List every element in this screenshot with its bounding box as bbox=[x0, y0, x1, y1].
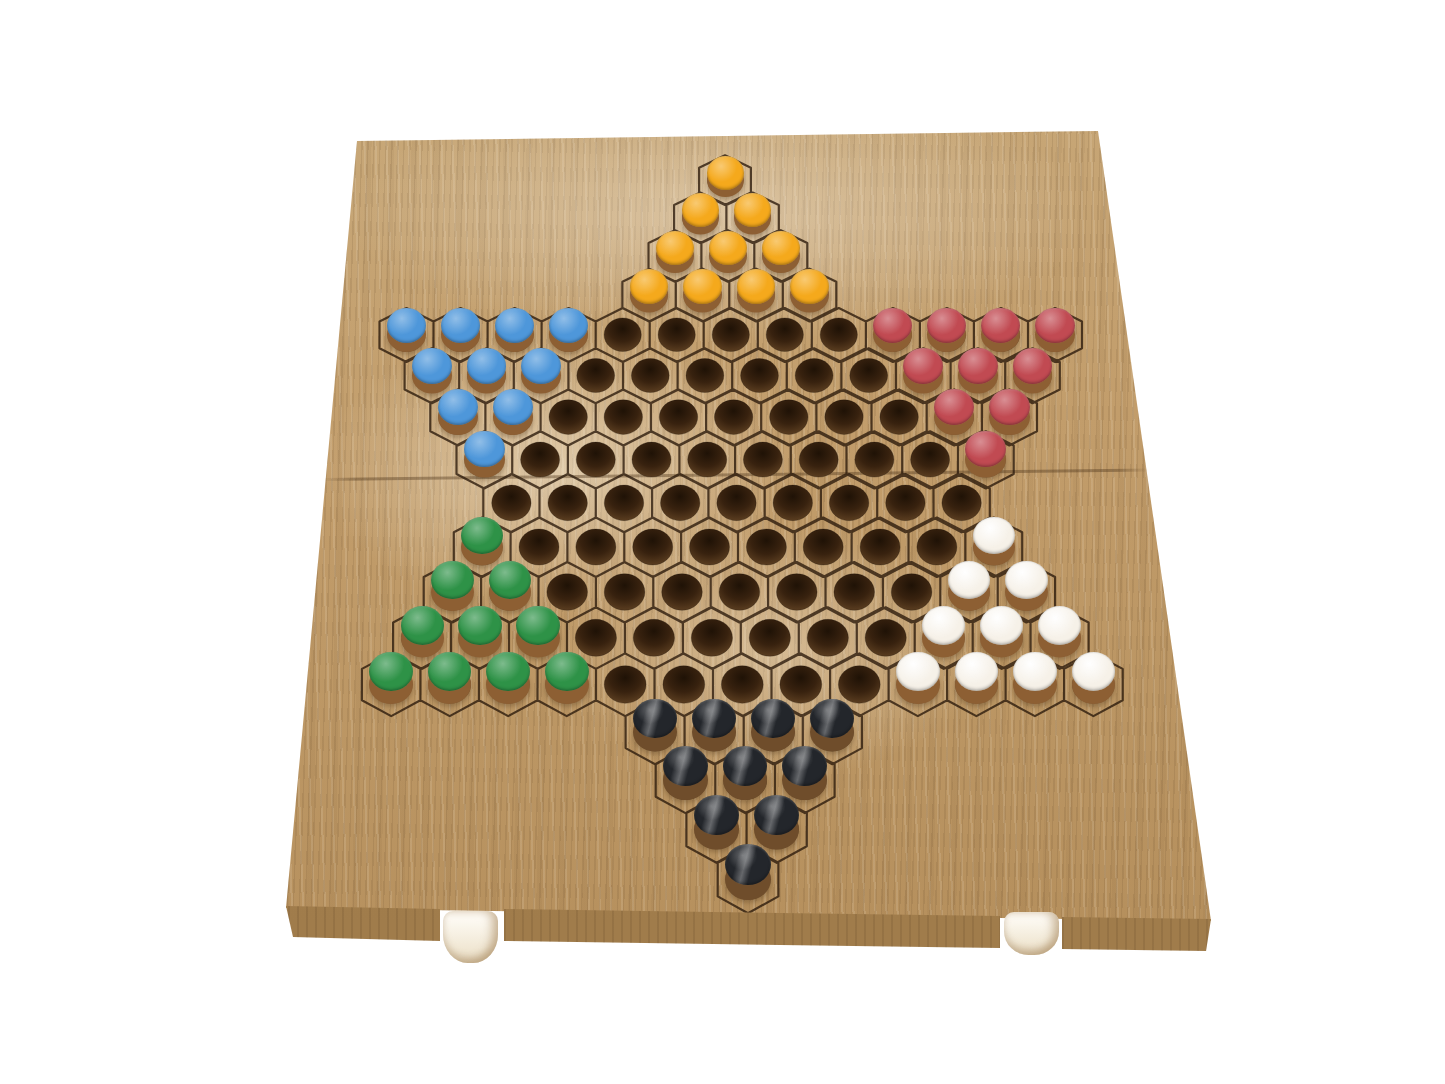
hole-r8-c4[interactable] bbox=[717, 485, 756, 521]
hole-r5-c6[interactable] bbox=[741, 359, 779, 393]
peg-green[interactable] bbox=[545, 652, 589, 691]
hole-r5-c7[interactable] bbox=[795, 359, 833, 393]
hole-r6-c7[interactable] bbox=[825, 400, 863, 435]
peg-white[interactable] bbox=[922, 606, 965, 645]
hole-r11-c3[interactable] bbox=[575, 619, 616, 656]
peg-blue[interactable] bbox=[521, 348, 561, 384]
peg-red[interactable] bbox=[1035, 308, 1074, 343]
hole-r12-c5[interactable] bbox=[663, 666, 705, 704]
peg-blue[interactable] bbox=[412, 348, 452, 384]
hole-r8-c2[interactable] bbox=[604, 485, 643, 521]
hole-r7-c3[interactable] bbox=[632, 442, 671, 477]
peg-white[interactable] bbox=[955, 652, 999, 691]
hole-r9-c5[interactable] bbox=[746, 529, 786, 565]
hole-r4-c4[interactable] bbox=[604, 318, 641, 352]
hole-r5-c4[interactable] bbox=[631, 359, 669, 393]
peg-green[interactable] bbox=[369, 652, 413, 691]
hole-r10-c5[interactable] bbox=[719, 574, 760, 611]
hole-r9-c1[interactable] bbox=[519, 529, 559, 565]
hole-r6-c8[interactable] bbox=[880, 400, 918, 435]
hole-r12-c4[interactable] bbox=[604, 666, 646, 704]
peg-white[interactable] bbox=[980, 606, 1023, 645]
peg-blue[interactable] bbox=[438, 389, 478, 425]
hole-r11-c8[interactable] bbox=[865, 619, 906, 656]
hole-r9-c8[interactable] bbox=[917, 529, 957, 565]
peg-yellow[interactable] bbox=[734, 193, 772, 227]
hole-r4-c5[interactable] bbox=[658, 318, 695, 352]
hole-r6-c3[interactable] bbox=[604, 400, 642, 435]
peg-black[interactable] bbox=[663, 746, 708, 786]
peg-red[interactable] bbox=[1013, 348, 1053, 384]
peg-yellow[interactable] bbox=[737, 269, 776, 304]
hole-r8-c1[interactable] bbox=[548, 485, 587, 521]
hole-r11-c5[interactable] bbox=[691, 619, 732, 656]
hole-r7-c2[interactable] bbox=[576, 442, 615, 477]
peg-black[interactable] bbox=[725, 844, 771, 885]
hole-r12-c8[interactable] bbox=[838, 666, 880, 704]
peg-yellow[interactable] bbox=[790, 269, 829, 304]
hole-r12-c6[interactable] bbox=[721, 666, 763, 704]
peg-red[interactable] bbox=[903, 348, 943, 384]
hole-r7-c5[interactable] bbox=[743, 442, 782, 477]
peg-white[interactable] bbox=[1005, 561, 1048, 599]
peg-yellow[interactable] bbox=[707, 156, 744, 189]
peg-white[interactable] bbox=[896, 652, 940, 691]
peg-yellow[interactable] bbox=[630, 269, 669, 304]
peg-green[interactable] bbox=[489, 561, 532, 599]
hole-r11-c4[interactable] bbox=[633, 619, 674, 656]
latch-peg bbox=[1004, 912, 1059, 955]
hole-r4-c7[interactable] bbox=[766, 318, 803, 352]
peg-yellow[interactable] bbox=[682, 193, 720, 227]
hole-r10-c6[interactable] bbox=[777, 574, 818, 611]
peg-green[interactable] bbox=[458, 606, 501, 645]
hole-r8-c0[interactable] bbox=[492, 485, 531, 521]
peg-yellow[interactable] bbox=[683, 269, 722, 304]
photo-canvas: Chinese Checkers wooden board, six-playe… bbox=[0, 0, 1445, 1084]
hole-r8-c5[interactable] bbox=[773, 485, 812, 521]
hole-r5-c3[interactable] bbox=[577, 359, 615, 393]
hole-r7-c7[interactable] bbox=[855, 442, 894, 477]
hole-r9-c4[interactable] bbox=[690, 529, 730, 565]
hole-r10-c7[interactable] bbox=[834, 574, 875, 611]
hole-r10-c8[interactable] bbox=[891, 574, 932, 611]
hole-r9-c7[interactable] bbox=[860, 529, 900, 565]
hole-r10-c2[interactable] bbox=[547, 574, 588, 611]
peg-white[interactable] bbox=[1038, 606, 1081, 645]
hole-r9-c2[interactable] bbox=[576, 529, 616, 565]
hole-r5-c5[interactable] bbox=[686, 359, 724, 393]
peg-green[interactable] bbox=[486, 652, 530, 691]
latch-peg bbox=[443, 911, 498, 963]
hole-r9-c6[interactable] bbox=[803, 529, 843, 565]
hole-r7-c4[interactable] bbox=[688, 442, 727, 477]
peg-blue[interactable] bbox=[467, 348, 507, 384]
hole-r6-c4[interactable] bbox=[659, 400, 697, 435]
peg-white[interactable] bbox=[1072, 652, 1116, 691]
peg-green[interactable] bbox=[431, 561, 474, 599]
peg-yellow[interactable] bbox=[762, 231, 800, 265]
hole-r6-c2[interactable] bbox=[549, 400, 587, 435]
hole-r8-c8[interactable] bbox=[942, 485, 981, 521]
hole-r7-c1[interactable] bbox=[521, 442, 560, 477]
hole-r9-c3[interactable] bbox=[633, 529, 673, 565]
hole-r4-c6[interactable] bbox=[712, 318, 749, 352]
hole-r5-c8[interactable] bbox=[850, 359, 888, 393]
peg-green[interactable] bbox=[516, 606, 559, 645]
hole-r6-c5[interactable] bbox=[714, 400, 752, 435]
hole-r7-c6[interactable] bbox=[799, 442, 838, 477]
hole-r8-c3[interactable] bbox=[661, 485, 700, 521]
hole-r8-c6[interactable] bbox=[829, 485, 868, 521]
peg-red[interactable] bbox=[958, 348, 998, 384]
hole-r11-c6[interactable] bbox=[749, 619, 790, 656]
peg-white[interactable] bbox=[973, 517, 1015, 555]
peg-white[interactable] bbox=[948, 561, 991, 599]
hole-r7-c8[interactable] bbox=[911, 442, 950, 477]
peg-blue[interactable] bbox=[464, 431, 505, 468]
peg-yellow[interactable] bbox=[709, 231, 747, 265]
hole-r6-c6[interactable] bbox=[770, 400, 808, 435]
hole-r10-c4[interactable] bbox=[662, 574, 703, 611]
hole-r4-c8[interactable] bbox=[820, 318, 857, 352]
hole-r8-c7[interactable] bbox=[886, 485, 925, 521]
hole-r10-c3[interactable] bbox=[604, 574, 645, 611]
peg-green[interactable] bbox=[401, 606, 444, 645]
peg-red[interactable] bbox=[989, 389, 1029, 425]
hole-r11-c7[interactable] bbox=[807, 619, 848, 656]
peg-yellow[interactable] bbox=[656, 231, 694, 265]
hole-r12-c7[interactable] bbox=[780, 666, 822, 704]
peg-white[interactable] bbox=[1013, 652, 1057, 691]
